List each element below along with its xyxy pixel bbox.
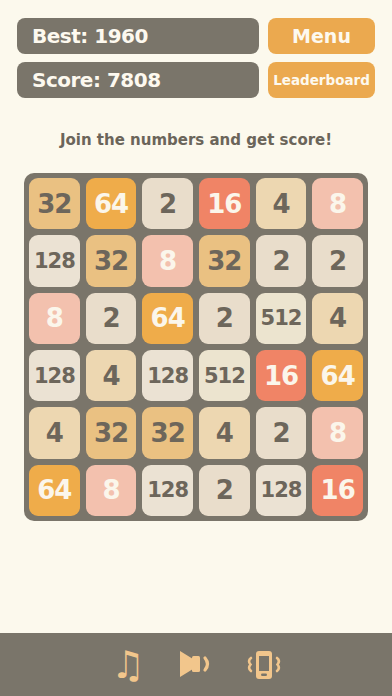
- tile-r4c4: 512: [199, 350, 250, 401]
- tile-r2c5: 2: [256, 235, 307, 286]
- tile-r6c4: 2: [199, 465, 250, 516]
- tile-r5c5: 2: [256, 407, 307, 458]
- tile-r6c1: 64: [29, 465, 80, 516]
- tile-r4c6: 64: [312, 350, 363, 401]
- tile-r1c3: 2: [142, 178, 193, 229]
- leaderboard-button-label: Leaderboard: [273, 72, 370, 88]
- tile-r5c6: 8: [312, 407, 363, 458]
- menu-button[interactable]: Menu: [268, 18, 375, 54]
- tile-r2c6: 2: [312, 235, 363, 286]
- tile-r3c6: 4: [312, 293, 363, 344]
- tile-r4c5: 16: [256, 350, 307, 401]
- tile-r2c3: 8: [142, 235, 193, 286]
- tile-r6c5: 128: [256, 465, 307, 516]
- tile-r5c2: 32: [86, 407, 137, 458]
- tile-r6c2: 8: [86, 465, 137, 516]
- tile-r5c3: 32: [142, 407, 193, 458]
- tile-r3c2: 2: [86, 293, 137, 344]
- tile-r2c2: 32: [86, 235, 137, 286]
- tile-r5c4: 4: [199, 407, 250, 458]
- tile-r4c1: 128: [29, 350, 80, 401]
- music-note-glyph: ♫: [111, 646, 145, 684]
- menu-button-label: Menu: [292, 25, 351, 47]
- tile-r6c6: 16: [312, 465, 363, 516]
- tile-r2c1: 128: [29, 235, 80, 286]
- board[interactable]: 3264216481283283222826425124128412851216…: [24, 173, 368, 521]
- tile-r4c3: 128: [142, 350, 193, 401]
- current-score-label: Score: 7808: [32, 68, 161, 92]
- best-score-box: Best: 1960: [17, 18, 259, 54]
- leaderboard-button[interactable]: Leaderboard: [268, 62, 375, 98]
- vibrate-icon[interactable]: [245, 646, 283, 684]
- tagline: Join the numbers and get score!: [0, 131, 392, 149]
- tile-r6c3: 128: [142, 465, 193, 516]
- current-score-box: Score: 7808: [17, 62, 259, 98]
- vibrating-phone-graphic: [245, 649, 283, 681]
- tile-r3c3: 64: [142, 293, 193, 344]
- tile-r1c1: 32: [29, 178, 80, 229]
- tile-r3c1: 8: [29, 293, 80, 344]
- tile-r1c6: 8: [312, 178, 363, 229]
- tile-r3c5: 512: [256, 293, 307, 344]
- tile-r3c4: 2: [199, 293, 250, 344]
- tile-r1c4: 16: [199, 178, 250, 229]
- speaker-graphic: [179, 650, 213, 680]
- music-icon[interactable]: ♫: [109, 646, 147, 684]
- tile-r1c2: 64: [86, 178, 137, 229]
- best-score-label: Best: 1960: [32, 24, 148, 48]
- tile-r4c2: 4: [86, 350, 137, 401]
- tile-r5c1: 4: [29, 407, 80, 458]
- sound-icon[interactable]: [177, 646, 215, 684]
- tile-r1c5: 4: [256, 178, 307, 229]
- tile-r2c4: 32: [199, 235, 250, 286]
- footer-bar: ♫: [0, 633, 392, 696]
